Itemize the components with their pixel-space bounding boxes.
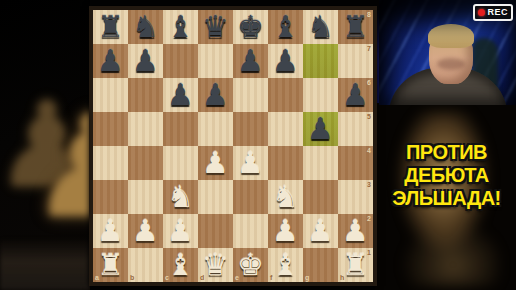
square-g8[interactable]: ♞: [303, 10, 338, 44]
black-bishop-c8[interactable]: ♝: [167, 12, 194, 42]
white-king-e1[interactable]: ♚: [237, 250, 264, 280]
file-label-b: b: [130, 274, 134, 281]
black-pawn-d6[interactable]: ♟: [202, 80, 229, 110]
white-queen-d1[interactable]: ♛: [202, 250, 229, 280]
square-f4[interactable]: [268, 146, 303, 180]
rec-dot-icon: [478, 9, 485, 16]
square-a4[interactable]: [93, 146, 128, 180]
file-label-c: c: [165, 274, 169, 281]
rank-label-5: 5: [367, 113, 371, 120]
black-pawn-g5[interactable]: ♟: [307, 114, 334, 144]
file-label-g: g: [305, 274, 309, 281]
video-thumbnail: ♟ ♟ ♜♞♝♛♚♝♞♜8♟♟♟♟7♟♟♟6♟5♟♟4♞♞3♟♟♟♟♟♟2♜ab…: [0, 0, 516, 290]
square-f8[interactable]: ♝: [268, 10, 303, 44]
white-pawn-c2[interactable]: ♟: [167, 216, 194, 246]
square-e7[interactable]: ♟: [233, 44, 268, 78]
square-g3[interactable]: [303, 180, 338, 214]
square-a1[interactable]: ♜a: [93, 248, 128, 282]
square-c4[interactable]: [163, 146, 198, 180]
square-e4[interactable]: ♟: [233, 146, 268, 180]
background-left-photo: ♟ ♟: [0, 0, 90, 290]
white-pawn-e4[interactable]: ♟: [237, 148, 264, 178]
black-knight-b8[interactable]: ♞: [132, 12, 159, 42]
file-label-a: a: [95, 274, 99, 281]
square-b1[interactable]: b: [128, 248, 163, 282]
square-a2[interactable]: ♟: [93, 214, 128, 248]
white-bishop-f1[interactable]: ♝: [272, 250, 299, 280]
file-label-h: h: [340, 274, 344, 281]
square-h3[interactable]: 3: [338, 180, 373, 214]
square-h7[interactable]: 7: [338, 44, 373, 78]
white-pawn-f2[interactable]: ♟: [272, 216, 299, 246]
square-f5[interactable]: [268, 112, 303, 146]
square-c6[interactable]: ♟: [163, 78, 198, 112]
square-g6[interactable]: [303, 78, 338, 112]
white-bishop-c1[interactable]: ♝: [167, 250, 194, 280]
square-b6[interactable]: [128, 78, 163, 112]
square-d5[interactable]: [198, 112, 233, 146]
white-pawn-a2[interactable]: ♟: [97, 216, 124, 246]
square-c5[interactable]: [163, 112, 198, 146]
rank-label-3: 3: [367, 181, 371, 188]
white-pawn-d4[interactable]: ♟: [202, 148, 229, 178]
streamer-hair: [428, 24, 474, 48]
rank-label-8: 8: [367, 11, 371, 18]
square-d7[interactable]: [198, 44, 233, 78]
rank-label-4: 4: [367, 147, 371, 154]
square-c8[interactable]: ♝: [163, 10, 198, 44]
title-line-1: ПРОТИВ: [377, 141, 516, 164]
square-g1[interactable]: g: [303, 248, 338, 282]
black-rook-a8[interactable]: ♜: [97, 12, 124, 42]
background-floor: [0, 238, 90, 290]
square-d4[interactable]: ♟: [198, 146, 233, 180]
white-knight-c3[interactable]: ♞: [167, 182, 194, 212]
webcam-feed: REC: [379, 0, 516, 105]
black-pawn-c6[interactable]: ♟: [167, 80, 194, 110]
square-e1[interactable]: ♚e: [233, 248, 268, 282]
square-f1[interactable]: ♝f: [268, 248, 303, 282]
square-g7[interactable]: [303, 44, 338, 78]
square-c7[interactable]: [163, 44, 198, 78]
square-a3[interactable]: [93, 180, 128, 214]
square-b3[interactable]: [128, 180, 163, 214]
square-d3[interactable]: [198, 180, 233, 214]
rank-label-2: 2: [367, 215, 371, 222]
video-title-text: ПРОТИВ ДЕБЮТА ЭЛЬШАДА!: [377, 141, 516, 210]
square-h4[interactable]: 4: [338, 146, 373, 180]
chess-board: ♜♞♝♛♚♝♞♜8♟♟♟♟7♟♟♟6♟5♟♟4♞♞3♟♟♟♟♟♟2♜ab♝c♛d…: [89, 6, 377, 286]
streamer-face-shadow: [437, 58, 465, 70]
square-h6[interactable]: ♟6: [338, 78, 373, 112]
square-h2[interactable]: ♟2: [338, 214, 373, 248]
white-pawn-h2[interactable]: ♟: [342, 216, 369, 246]
black-king-e8[interactable]: ♚: [237, 12, 264, 42]
square-c1[interactable]: ♝c: [163, 248, 198, 282]
rank-label-1: 1: [367, 249, 371, 256]
square-g4[interactable]: [303, 146, 338, 180]
square-d6[interactable]: ♟: [198, 78, 233, 112]
white-knight-f3[interactable]: ♞: [272, 182, 299, 212]
black-pawn-h6[interactable]: ♟: [342, 80, 369, 110]
square-h5[interactable]: 5: [338, 112, 373, 146]
square-d1[interactable]: ♛d: [198, 248, 233, 282]
black-rook-h8[interactable]: ♜: [342, 12, 369, 42]
black-pawn-a7[interactable]: ♟: [97, 46, 124, 76]
file-label-f: f: [270, 274, 272, 281]
square-b2[interactable]: ♟: [128, 214, 163, 248]
square-f2[interactable]: ♟: [268, 214, 303, 248]
file-label-d: d: [200, 274, 204, 281]
square-e3[interactable]: [233, 180, 268, 214]
square-a6[interactable]: [93, 78, 128, 112]
black-pawn-f7[interactable]: ♟: [272, 46, 299, 76]
square-b5[interactable]: [128, 112, 163, 146]
square-d2[interactable]: [198, 214, 233, 248]
white-rook-h1[interactable]: ♜: [342, 250, 369, 280]
board-grid: ♜♞♝♛♚♝♞♜8♟♟♟♟7♟♟♟6♟5♟♟4♞♞3♟♟♟♟♟♟2♜ab♝c♛d…: [93, 10, 373, 282]
black-queen-d8[interactable]: ♛: [202, 12, 229, 42]
black-bishop-f8[interactable]: ♝: [272, 12, 299, 42]
square-c2[interactable]: ♟: [163, 214, 198, 248]
rank-label-6: 6: [367, 79, 371, 86]
rank-label-7: 7: [367, 45, 371, 52]
square-f3[interactable]: ♞: [268, 180, 303, 214]
white-rook-a1[interactable]: ♜: [97, 250, 124, 280]
black-pawn-b7[interactable]: ♟: [132, 46, 159, 76]
square-b7[interactable]: ♟: [128, 44, 163, 78]
square-f7[interactable]: ♟: [268, 44, 303, 78]
file-label-e: e: [235, 274, 239, 281]
black-knight-g8[interactable]: ♞: [307, 12, 334, 42]
title-line-2: ДЕБЮТА: [377, 164, 516, 187]
square-b4[interactable]: [128, 146, 163, 180]
square-c3[interactable]: ♞: [163, 180, 198, 214]
background-pawn-icon: ♟: [28, 96, 90, 238]
black-pawn-e7[interactable]: ♟: [237, 46, 264, 76]
square-h8[interactable]: ♜8: [338, 10, 373, 44]
square-e6[interactable]: [233, 78, 268, 112]
square-f6[interactable]: [268, 78, 303, 112]
square-g5[interactable]: ♟: [303, 112, 338, 146]
square-a7[interactable]: ♟: [93, 44, 128, 78]
square-e8[interactable]: ♚: [233, 10, 268, 44]
title-line-3: ЭЛЬШАДА!: [377, 187, 516, 210]
square-h1[interactable]: ♜1h: [338, 248, 373, 282]
square-a8[interactable]: ♜: [93, 10, 128, 44]
square-g2[interactable]: ♟: [303, 214, 338, 248]
square-e5[interactable]: [233, 112, 268, 146]
square-d8[interactable]: ♛: [198, 10, 233, 44]
white-pawn-g2[interactable]: ♟: [307, 216, 334, 246]
rec-label: REC: [487, 8, 508, 17]
square-e2[interactable]: [233, 214, 268, 248]
white-pawn-b2[interactable]: ♟: [132, 216, 159, 246]
square-b8[interactable]: ♞: [128, 10, 163, 44]
rec-indicator: REC: [473, 4, 513, 21]
square-a5[interactable]: [93, 112, 128, 146]
